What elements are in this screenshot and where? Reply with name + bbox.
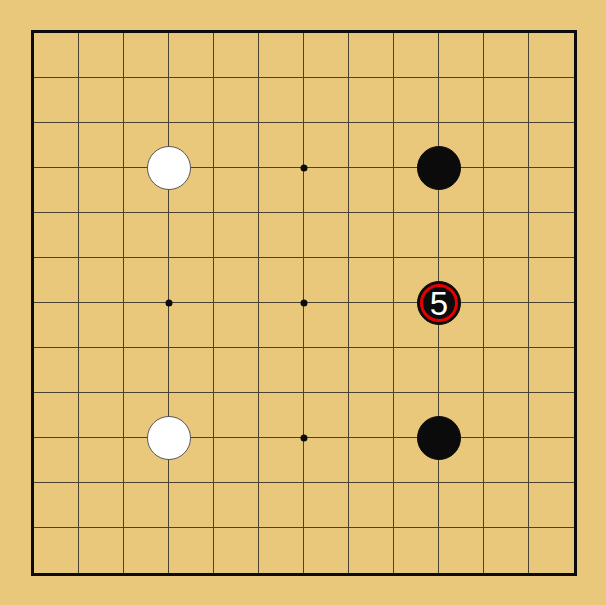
board-cell xyxy=(259,438,304,483)
board-cell xyxy=(79,213,124,258)
board-cell xyxy=(259,213,304,258)
board-cell xyxy=(349,258,394,303)
board-cell xyxy=(394,348,439,393)
board-cell xyxy=(214,528,259,573)
board-cell xyxy=(124,168,169,213)
board-cell xyxy=(304,528,349,573)
board-cell xyxy=(349,168,394,213)
board-cell xyxy=(304,483,349,528)
board-cell xyxy=(79,348,124,393)
board-cell xyxy=(79,393,124,438)
board-cell xyxy=(304,258,349,303)
board-cell xyxy=(79,33,124,78)
board-cell xyxy=(304,33,349,78)
board-cell xyxy=(124,348,169,393)
board-cell xyxy=(124,438,169,483)
board-cell xyxy=(34,168,79,213)
board-cell xyxy=(124,393,169,438)
board-cell xyxy=(34,258,79,303)
board-cell xyxy=(304,393,349,438)
board-cell xyxy=(349,393,394,438)
board-cell xyxy=(529,123,574,168)
board-cell xyxy=(484,168,529,213)
board-cell xyxy=(169,348,214,393)
board-cell xyxy=(34,393,79,438)
board-cell xyxy=(304,123,349,168)
board-cell xyxy=(259,78,304,123)
board-cell xyxy=(304,78,349,123)
board-cell xyxy=(214,393,259,438)
board-cell xyxy=(394,168,439,213)
board-cell xyxy=(34,213,79,258)
board-cell xyxy=(259,258,304,303)
board-cell xyxy=(484,33,529,78)
board-cell xyxy=(349,483,394,528)
board-cell xyxy=(484,528,529,573)
board-cell xyxy=(214,213,259,258)
board-cell xyxy=(394,78,439,123)
board-cell xyxy=(34,438,79,483)
board-cell xyxy=(439,393,484,438)
board-cell xyxy=(34,483,79,528)
board-grid xyxy=(34,33,574,573)
board-cell xyxy=(394,303,439,348)
board-cell xyxy=(259,123,304,168)
board-cell xyxy=(529,438,574,483)
board-cell xyxy=(124,258,169,303)
board-cell xyxy=(259,393,304,438)
board-cell xyxy=(34,78,79,123)
board-cell xyxy=(259,33,304,78)
board-cell xyxy=(169,33,214,78)
board-cell xyxy=(169,483,214,528)
board-cell xyxy=(349,438,394,483)
board-cell xyxy=(214,33,259,78)
board-cell xyxy=(484,303,529,348)
board-cell xyxy=(439,123,484,168)
board-cell xyxy=(259,168,304,213)
board-cell xyxy=(439,258,484,303)
board-cell xyxy=(124,78,169,123)
board-cell xyxy=(394,258,439,303)
board-cell xyxy=(439,168,484,213)
board-cell xyxy=(304,168,349,213)
board-cell xyxy=(529,213,574,258)
board-cell xyxy=(484,483,529,528)
board-cell xyxy=(34,528,79,573)
board-cell xyxy=(259,528,304,573)
board-cell xyxy=(394,33,439,78)
board-cell xyxy=(34,348,79,393)
board-cell xyxy=(529,303,574,348)
board-cell xyxy=(439,438,484,483)
board-cell xyxy=(349,528,394,573)
board-cell xyxy=(169,78,214,123)
board-cell xyxy=(214,348,259,393)
board-cell xyxy=(349,303,394,348)
board-cell xyxy=(169,258,214,303)
board-cell xyxy=(349,33,394,78)
board-cell xyxy=(394,393,439,438)
board-cell xyxy=(439,483,484,528)
board-cell xyxy=(529,483,574,528)
board-cell xyxy=(484,438,529,483)
board-cell xyxy=(34,33,79,78)
board-cell xyxy=(169,528,214,573)
board-cell xyxy=(169,123,214,168)
board-cell xyxy=(529,528,574,573)
board-cell xyxy=(79,168,124,213)
board-cell xyxy=(529,258,574,303)
board-cell xyxy=(214,483,259,528)
board-cell xyxy=(304,213,349,258)
board-cell xyxy=(529,348,574,393)
board-cell xyxy=(394,213,439,258)
board-cell xyxy=(169,213,214,258)
board-cell xyxy=(214,258,259,303)
board-cell xyxy=(214,438,259,483)
board-cell xyxy=(394,528,439,573)
go-board[interactable]: 5 xyxy=(31,30,577,576)
board-cell xyxy=(79,123,124,168)
board-cell xyxy=(529,78,574,123)
board-cell xyxy=(124,33,169,78)
board-cell xyxy=(124,528,169,573)
board-cell xyxy=(169,393,214,438)
board-cell xyxy=(484,348,529,393)
board-cell xyxy=(304,303,349,348)
board-cell xyxy=(169,168,214,213)
board-cell xyxy=(349,123,394,168)
board-cell xyxy=(79,438,124,483)
board-cell xyxy=(259,483,304,528)
board-cell xyxy=(259,303,304,348)
board-cell xyxy=(79,303,124,348)
board-cell xyxy=(214,123,259,168)
board-cell xyxy=(484,213,529,258)
board-cell xyxy=(34,123,79,168)
board-cell xyxy=(349,78,394,123)
board-cell xyxy=(79,483,124,528)
board-cell xyxy=(484,78,529,123)
board-cell xyxy=(214,78,259,123)
board-cell xyxy=(529,33,574,78)
board-cell xyxy=(394,123,439,168)
board-cell xyxy=(349,213,394,258)
board-cell xyxy=(484,258,529,303)
board-cell xyxy=(124,213,169,258)
board-cell xyxy=(439,528,484,573)
board-cell xyxy=(439,78,484,123)
board-cell xyxy=(79,78,124,123)
board-cell xyxy=(304,348,349,393)
board-cell xyxy=(304,438,349,483)
board-cell xyxy=(439,33,484,78)
board-cell xyxy=(529,393,574,438)
board-cell xyxy=(259,348,304,393)
board-cell xyxy=(169,303,214,348)
board-cell xyxy=(394,483,439,528)
board-cell xyxy=(529,168,574,213)
board-cell xyxy=(484,393,529,438)
board-cell xyxy=(214,168,259,213)
board-cell xyxy=(124,303,169,348)
board-cell xyxy=(124,123,169,168)
board-cell xyxy=(79,258,124,303)
board-cell xyxy=(214,303,259,348)
board-cell xyxy=(349,348,394,393)
board-cell xyxy=(124,483,169,528)
board-cell xyxy=(394,438,439,483)
board-cell xyxy=(439,303,484,348)
board-cell xyxy=(79,528,124,573)
board-cell xyxy=(484,123,529,168)
go-diagram: 5 xyxy=(0,0,606,605)
board-cell xyxy=(439,348,484,393)
board-cell xyxy=(439,213,484,258)
board-cell xyxy=(34,303,79,348)
board-cell xyxy=(169,438,214,483)
